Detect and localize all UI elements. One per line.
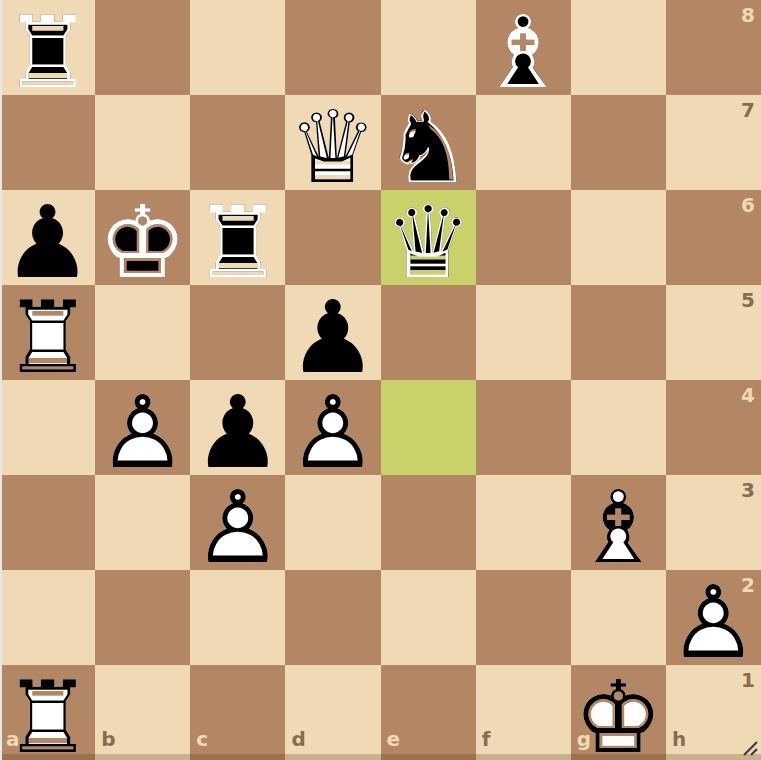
square-a8[interactable]: ♜♖ — [0, 0, 95, 95]
square-e3[interactable] — [381, 475, 476, 570]
square-a6[interactable]: ♟ — [0, 190, 95, 285]
piece-white-rook[interactable]: ♜♖ — [0, 285, 95, 380]
square-b5[interactable] — [95, 285, 190, 380]
board-bottom-shadow — [0, 754, 761, 760]
square-e8[interactable] — [381, 0, 476, 95]
piece-white-pawn[interactable]: ♟♙ — [666, 570, 761, 665]
file-label-d: d — [291, 727, 305, 751]
square-d1[interactable]: d — [285, 665, 380, 760]
chess-board: ♜♖♝♗8♛♕♞♘7♟♚♔♜♖♛♕6♜♖♟5♟♙♟♟♙4♟♙♝♗32♟♙a♜♖b… — [0, 0, 761, 760]
square-b4[interactable]: ♟♙ — [95, 380, 190, 475]
square-d7[interactable]: ♛♕ — [285, 95, 380, 190]
square-c7[interactable] — [190, 95, 285, 190]
white-queen-outline-glyph: ♕ — [285, 100, 380, 195]
white-king-outline-glyph: ♔ — [571, 670, 666, 760]
rank-label-8: 8 — [741, 3, 755, 27]
white-pawn-outline-glyph: ♙ — [190, 480, 285, 575]
square-g3[interactable]: ♝♗ — [571, 475, 666, 570]
square-f4[interactable] — [476, 380, 571, 475]
piece-black-king[interactable]: ♚♔ — [95, 190, 190, 285]
square-h7[interactable]: 7 — [666, 95, 761, 190]
square-e7[interactable]: ♞♘ — [381, 95, 476, 190]
square-f1[interactable]: f — [476, 665, 571, 760]
file-label-c: c — [196, 727, 208, 751]
piece-black-queen[interactable]: ♛♕ — [381, 190, 476, 285]
rank-label-3: 3 — [741, 478, 755, 502]
square-h2[interactable]: 2♟♙ — [666, 570, 761, 665]
file-label-f: f — [482, 727, 491, 751]
square-a5[interactable]: ♜♖ — [0, 285, 95, 380]
square-e6[interactable]: ♛♕ — [381, 190, 476, 285]
piece-white-king[interactable]: ♚♔ — [571, 665, 666, 760]
rank-label-1: 1 — [741, 668, 755, 692]
square-d6[interactable] — [285, 190, 380, 285]
piece-black-rook[interactable]: ♜♖ — [0, 0, 95, 95]
square-h4[interactable]: 4 — [666, 380, 761, 475]
square-b6[interactable]: ♚♔ — [95, 190, 190, 285]
square-c3[interactable]: ♟♙ — [190, 475, 285, 570]
white-bishop-outline-glyph: ♗ — [571, 480, 666, 575]
file-label-h: h — [672, 727, 686, 751]
square-g2[interactable] — [571, 570, 666, 665]
square-g5[interactable] — [571, 285, 666, 380]
square-b8[interactable] — [95, 0, 190, 95]
square-b1[interactable]: b — [95, 665, 190, 760]
square-g1[interactable]: g♚♔ — [571, 665, 666, 760]
square-c1[interactable]: c — [190, 665, 285, 760]
white-pawn-outline-glyph: ♙ — [285, 385, 380, 480]
black-rook-outline-glyph: ♖ — [0, 5, 95, 100]
square-g4[interactable] — [571, 380, 666, 475]
square-e2[interactable] — [381, 570, 476, 665]
square-g6[interactable] — [571, 190, 666, 285]
file-label-b: b — [101, 727, 115, 751]
square-g8[interactable] — [571, 0, 666, 95]
square-f8[interactable]: ♝♗ — [476, 0, 571, 95]
square-c6[interactable]: ♜♖ — [190, 190, 285, 285]
square-e4[interactable] — [381, 380, 476, 475]
square-a4[interactable] — [0, 380, 95, 475]
square-d4[interactable]: ♟♙ — [285, 380, 380, 475]
square-d2[interactable] — [285, 570, 380, 665]
piece-black-pawn[interactable]: ♟ — [0, 190, 95, 285]
square-d3[interactable] — [285, 475, 380, 570]
square-a1[interactable]: a♜♖ — [0, 665, 95, 760]
piece-white-pawn[interactable]: ♟♙ — [285, 380, 380, 475]
black-pawn-fill-glyph: ♟ — [0, 195, 95, 290]
square-a2[interactable] — [0, 570, 95, 665]
square-f2[interactable] — [476, 570, 571, 665]
square-h5[interactable]: 5 — [666, 285, 761, 380]
piece-black-rook[interactable]: ♜♖ — [190, 190, 285, 285]
square-h6[interactable]: 6 — [666, 190, 761, 285]
white-pawn-outline-glyph: ♙ — [95, 385, 190, 480]
square-a7[interactable] — [0, 95, 95, 190]
square-d5[interactable]: ♟ — [285, 285, 380, 380]
white-rook-outline-glyph: ♖ — [0, 670, 95, 760]
square-h3[interactable]: 3 — [666, 475, 761, 570]
resize-handle-icon[interactable] — [742, 740, 758, 756]
square-h8[interactable]: 8 — [666, 0, 761, 95]
square-d8[interactable] — [285, 0, 380, 95]
rank-label-6: 6 — [741, 193, 755, 217]
square-f7[interactable] — [476, 95, 571, 190]
piece-black-bishop[interactable]: ♝♗ — [476, 0, 571, 95]
square-c4[interactable]: ♟ — [190, 380, 285, 475]
piece-black-pawn[interactable]: ♟ — [285, 285, 380, 380]
square-e1[interactable]: e — [381, 665, 476, 760]
square-e5[interactable] — [381, 285, 476, 380]
rank-label-5: 5 — [741, 288, 755, 312]
square-b7[interactable] — [95, 95, 190, 190]
rank-label-4: 4 — [741, 383, 755, 407]
black-bishop-outline-glyph: ♗ — [476, 5, 571, 100]
page-edge-strip — [0, 0, 2, 760]
square-f3[interactable] — [476, 475, 571, 570]
square-c2[interactable] — [190, 570, 285, 665]
black-king-outline-glyph: ♔ — [95, 195, 190, 290]
square-b3[interactable] — [95, 475, 190, 570]
black-pawn-fill-glyph: ♟ — [190, 385, 285, 480]
piece-black-pawn[interactable]: ♟ — [190, 380, 285, 475]
file-label-e: e — [387, 727, 401, 751]
square-g7[interactable] — [571, 95, 666, 190]
square-a3[interactable] — [0, 475, 95, 570]
black-rook-outline-glyph: ♖ — [190, 195, 285, 290]
black-queen-outline-glyph: ♕ — [381, 195, 476, 290]
piece-black-knight[interactable]: ♞♘ — [381, 95, 476, 190]
square-c5[interactable] — [190, 285, 285, 380]
square-c8[interactable] — [190, 0, 285, 95]
piece-white-pawn[interactable]: ♟♙ — [95, 380, 190, 475]
black-pawn-fill-glyph: ♟ — [285, 290, 380, 385]
black-knight-outline-glyph: ♘ — [381, 100, 476, 195]
square-f6[interactable] — [476, 190, 571, 285]
piece-white-pawn[interactable]: ♟♙ — [190, 475, 285, 570]
white-rook-outline-glyph: ♖ — [0, 290, 95, 385]
piece-white-rook[interactable]: ♜♖ — [0, 665, 95, 760]
rank-label-7: 7 — [741, 98, 755, 122]
piece-white-queen[interactable]: ♛♕ — [285, 95, 380, 190]
square-f5[interactable] — [476, 285, 571, 380]
white-pawn-outline-glyph: ♙ — [666, 575, 761, 670]
square-b2[interactable] — [95, 570, 190, 665]
piece-white-bishop[interactable]: ♝♗ — [571, 475, 666, 570]
